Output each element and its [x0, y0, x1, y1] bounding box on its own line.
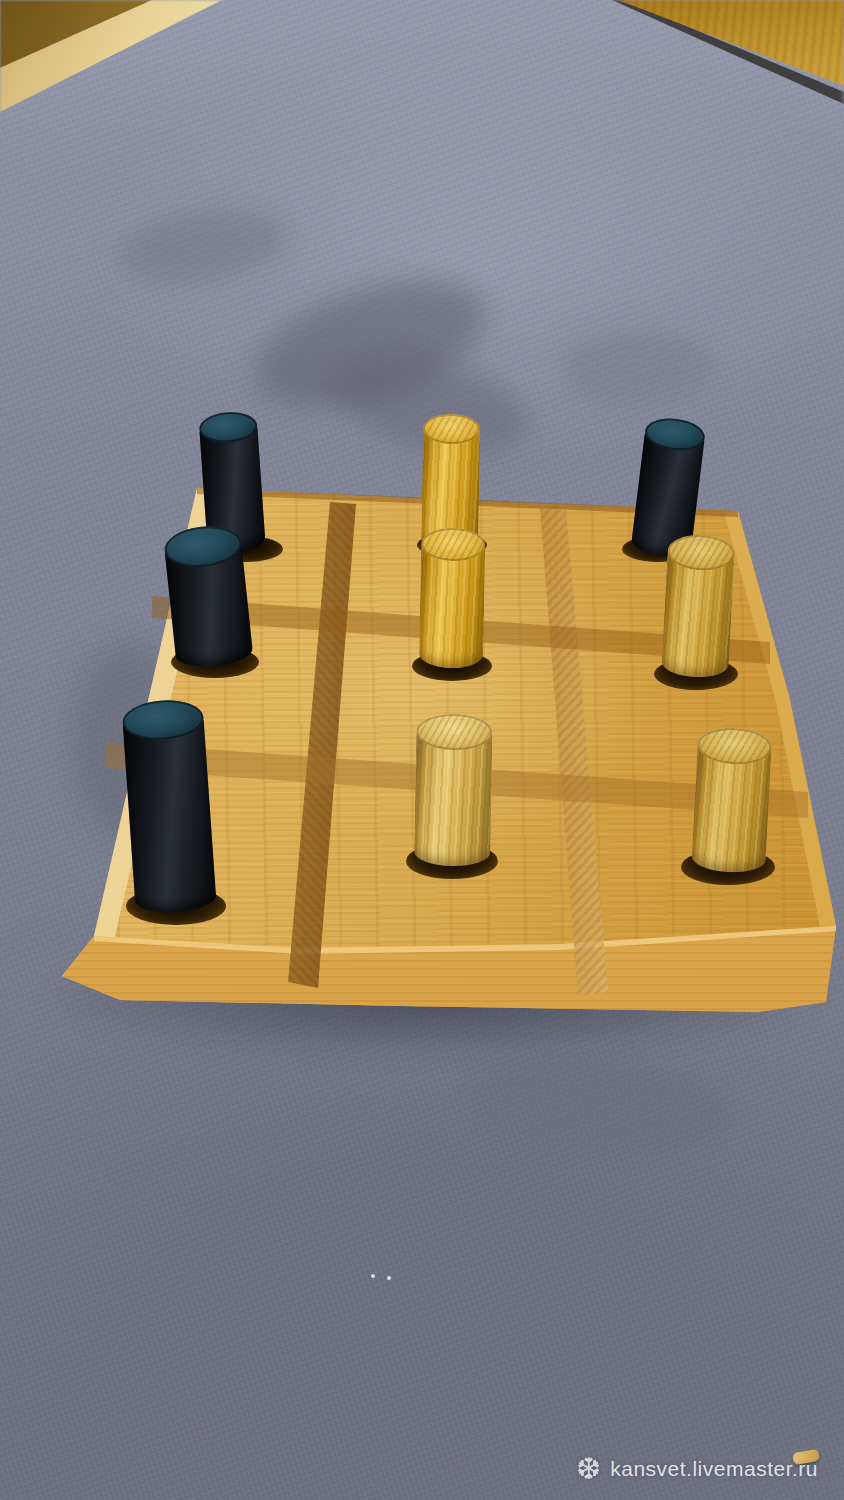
lint-speck — [371, 1274, 375, 1278]
peg-body — [123, 718, 217, 915]
peg-body — [661, 551, 734, 678]
peg-r1c0-black[interactable] — [163, 523, 254, 670]
peg-r2c2-yellow[interactable] — [691, 726, 772, 874]
peg-top-face — [423, 414, 481, 445]
peg-body — [414, 731, 492, 866]
watermark: ❆ kansvet.livemaster.ru — [576, 1454, 818, 1484]
peg-body — [419, 544, 485, 668]
snowflake-icon: ❆ — [576, 1454, 601, 1484]
peg-r1c2-yellow[interactable] — [661, 533, 735, 678]
lint-speck — [387, 1276, 391, 1280]
watermark-text: kansvet.livemaster.ru — [610, 1457, 818, 1481]
peg-r2c0-black[interactable] — [121, 698, 217, 915]
tic-tac-toe-board — [0, 0, 844, 1500]
photo-scene: ❆ kansvet.livemaster.ru — [0, 0, 844, 1500]
peg-r1c1-yellow[interactable] — [419, 527, 485, 668]
peg-r2c1-yellow[interactable] — [414, 713, 493, 866]
